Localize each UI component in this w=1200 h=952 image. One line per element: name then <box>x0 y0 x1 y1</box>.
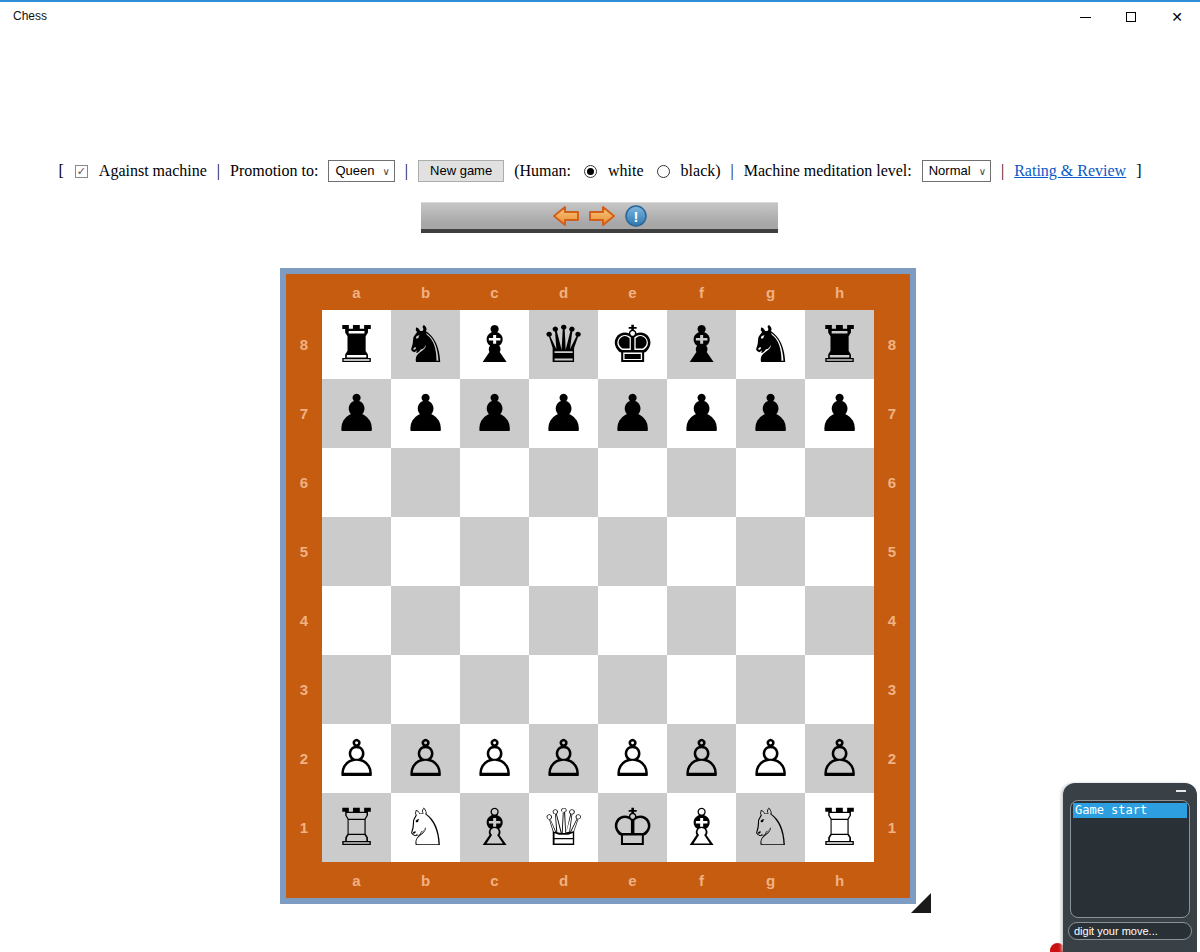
rank-label-2-right: 2 <box>874 724 910 793</box>
file-label-f-top: f <box>667 274 736 310</box>
rank-label-8-right: 8 <box>874 310 910 379</box>
chevron-down-icon: ∨ <box>979 166 986 177</box>
square-f7[interactable]: ♟ <box>667 379 736 448</box>
square-f6[interactable] <box>667 448 736 517</box>
rank-label-4-left: 4 <box>286 586 322 655</box>
titlebar: Chess ✕ <box>0 2 1200 32</box>
square-f1[interactable]: ♗ <box>667 793 736 862</box>
minimize-button[interactable] <box>1062 2 1108 32</box>
maximize-button[interactable] <box>1108 2 1154 32</box>
square-g5[interactable] <box>736 517 805 586</box>
rank-label-1-left: 1 <box>286 793 322 862</box>
square-f5[interactable] <box>667 517 736 586</box>
resize-grip[interactable] <box>911 893 931 913</box>
move-panel: Game start digit your move... <box>1063 783 1197 952</box>
file-label-e-bottom: e <box>598 862 667 898</box>
close-bracket: ] <box>1136 162 1141 179</box>
square-f2[interactable]: ♙ <box>667 724 736 793</box>
file-label-c-top: c <box>460 274 529 310</box>
rank-label-7-left: 7 <box>286 379 322 448</box>
separator: | <box>1001 162 1004 179</box>
board-corner <box>286 274 322 310</box>
square-c2[interactable]: ♙ <box>460 724 529 793</box>
square-e1[interactable]: ♔ <box>598 793 667 862</box>
separator: | <box>731 162 734 179</box>
options-bar: [ ✓ Against machine | Promotion to: Quee… <box>0 160 1200 182</box>
file-label-b-bottom: b <box>391 862 460 898</box>
forward-arrow-icon[interactable] <box>588 204 616 228</box>
square-f4[interactable] <box>667 586 736 655</box>
square-b2[interactable]: ♙ <box>391 724 460 793</box>
rank-label-5-right: 5 <box>874 517 910 586</box>
square-d3[interactable] <box>529 655 598 724</box>
square-e8[interactable]: ♚ <box>598 310 667 379</box>
square-g7[interactable]: ♟ <box>736 379 805 448</box>
board-corner <box>874 274 910 310</box>
meditation-label: Machine meditation level: <box>744 162 912 179</box>
square-a4[interactable] <box>322 586 391 655</box>
square-a5[interactable] <box>322 517 391 586</box>
square-c8[interactable]: ♝ <box>460 310 529 379</box>
square-g4[interactable] <box>736 586 805 655</box>
board-corner <box>874 862 910 898</box>
chess-board-frame: abcdefgh8♜♞♝♛♚♝♞♜87♟♟♟♟♟♟♟♟7665544332♙♙♙… <box>280 268 916 904</box>
chevron-down-icon: ∨ <box>383 166 390 177</box>
back-arrow-icon[interactable] <box>552 204 580 228</box>
square-b4[interactable] <box>391 586 460 655</box>
square-d7[interactable]: ♟ <box>529 379 598 448</box>
promotion-value: Queen <box>335 163 374 178</box>
square-a7[interactable]: ♟ <box>322 379 391 448</box>
new-game-button[interactable]: New game <box>418 160 504 182</box>
square-d2[interactable]: ♙ <box>529 724 598 793</box>
square-c5[interactable] <box>460 517 529 586</box>
square-d6[interactable] <box>529 448 598 517</box>
square-d5[interactable] <box>529 517 598 586</box>
rank-label-7-right: 7 <box>874 379 910 448</box>
separator: | <box>405 162 408 179</box>
rank-label-8-left: 8 <box>286 310 322 379</box>
square-e4[interactable] <box>598 586 667 655</box>
meditation-select[interactable]: Normal∨ <box>922 160 991 182</box>
square-h4[interactable] <box>805 586 874 655</box>
history-item[interactable]: Game start <box>1073 803 1187 818</box>
window-title: Chess <box>13 9 47 23</box>
against-machine-checkbox[interactable]: ✓ <box>75 165 88 178</box>
close-icon: ✕ <box>1171 10 1183 24</box>
panel-minimize-icon[interactable] <box>1176 790 1186 792</box>
rank-label-2-left: 2 <box>286 724 322 793</box>
square-f3[interactable] <box>667 655 736 724</box>
square-g2[interactable]: ♙ <box>736 724 805 793</box>
chess-board: abcdefgh8♜♞♝♛♚♝♞♜87♟♟♟♟♟♟♟♟7665544332♙♙♙… <box>286 274 910 898</box>
file-label-b-top: b <box>391 274 460 310</box>
square-b1[interactable]: ♘ <box>391 793 460 862</box>
move-input[interactable]: digit your move... <box>1068 922 1192 940</box>
rank-label-6-right: 6 <box>874 448 910 517</box>
file-label-g-bottom: g <box>736 862 805 898</box>
human-black-radio[interactable] <box>657 165 670 178</box>
square-e5[interactable] <box>598 517 667 586</box>
separator: | <box>217 162 220 179</box>
maximize-icon <box>1126 12 1136 22</box>
white-label: white <box>608 162 644 179</box>
svg-text:!: ! <box>633 208 638 225</box>
square-c6[interactable] <box>460 448 529 517</box>
square-g8[interactable]: ♞ <box>736 310 805 379</box>
square-h2[interactable]: ♙ <box>805 724 874 793</box>
file-label-h-bottom: h <box>805 862 874 898</box>
promotion-select[interactable]: Queen∨ <box>328 160 394 182</box>
square-f8[interactable]: ♝ <box>667 310 736 379</box>
rank-label-3-left: 3 <box>286 655 322 724</box>
square-h7[interactable]: ♟ <box>805 379 874 448</box>
rating-review-link[interactable]: Rating & Review <box>1014 162 1126 179</box>
promotion-label: Promotion to: <box>230 162 318 179</box>
move-nav-toolbar: ! <box>421 202 778 233</box>
square-e2[interactable]: ♙ <box>598 724 667 793</box>
square-d8[interactable]: ♛ <box>529 310 598 379</box>
square-h6[interactable] <box>805 448 874 517</box>
square-h8[interactable]: ♜ <box>805 310 874 379</box>
file-label-g-top: g <box>736 274 805 310</box>
file-label-d-bottom: d <box>529 862 598 898</box>
black-label: black) <box>681 162 721 179</box>
minimize-icon <box>1080 17 1091 18</box>
square-d4[interactable] <box>529 586 598 655</box>
rank-label-6-left: 6 <box>286 448 322 517</box>
square-d1[interactable]: ♕ <box>529 793 598 862</box>
square-a3[interactable] <box>322 655 391 724</box>
square-c3[interactable] <box>460 655 529 724</box>
board-corner <box>286 862 322 898</box>
move-history-list[interactable]: Game start <box>1070 800 1190 918</box>
square-c4[interactable] <box>460 586 529 655</box>
file-label-h-top: h <box>805 274 874 310</box>
file-label-c-bottom: c <box>460 862 529 898</box>
square-g6[interactable] <box>736 448 805 517</box>
square-c1[interactable]: ♗ <box>460 793 529 862</box>
square-b5[interactable] <box>391 517 460 586</box>
square-g3[interactable] <box>736 655 805 724</box>
rank-label-3-right: 3 <box>874 655 910 724</box>
square-h5[interactable] <box>805 517 874 586</box>
against-machine-label: Against machine <box>99 162 207 179</box>
meditation-value: Normal <box>929 163 971 178</box>
open-bracket: [ <box>59 162 64 179</box>
file-label-a-top: a <box>322 274 391 310</box>
file-label-e-top: e <box>598 274 667 310</box>
rank-label-4-right: 4 <box>874 586 910 655</box>
file-label-d-top: d <box>529 274 598 310</box>
square-h3[interactable] <box>805 655 874 724</box>
square-c7[interactable]: ♟ <box>460 379 529 448</box>
info-icon[interactable]: ! <box>624 204 648 228</box>
square-b8[interactable]: ♞ <box>391 310 460 379</box>
square-g1[interactable]: ♘ <box>736 793 805 862</box>
square-a8[interactable]: ♜ <box>322 310 391 379</box>
human-prefix: (Human: <box>514 162 571 179</box>
rank-label-1-right: 1 <box>874 793 910 862</box>
file-label-f-bottom: f <box>667 862 736 898</box>
square-b6[interactable] <box>391 448 460 517</box>
file-label-a-bottom: a <box>322 862 391 898</box>
close-button[interactable]: ✕ <box>1154 2 1200 32</box>
square-a6[interactable] <box>322 448 391 517</box>
square-b7[interactable]: ♟ <box>391 379 460 448</box>
rank-label-5-left: 5 <box>286 517 322 586</box>
square-a1[interactable]: ♖ <box>322 793 391 862</box>
human-white-radio[interactable] <box>584 165 597 178</box>
square-e7[interactable]: ♟ <box>598 379 667 448</box>
square-e6[interactable] <box>598 448 667 517</box>
square-e3[interactable] <box>598 655 667 724</box>
square-b3[interactable] <box>391 655 460 724</box>
square-a2[interactable]: ♙ <box>322 724 391 793</box>
square-h1[interactable]: ♖ <box>805 793 874 862</box>
